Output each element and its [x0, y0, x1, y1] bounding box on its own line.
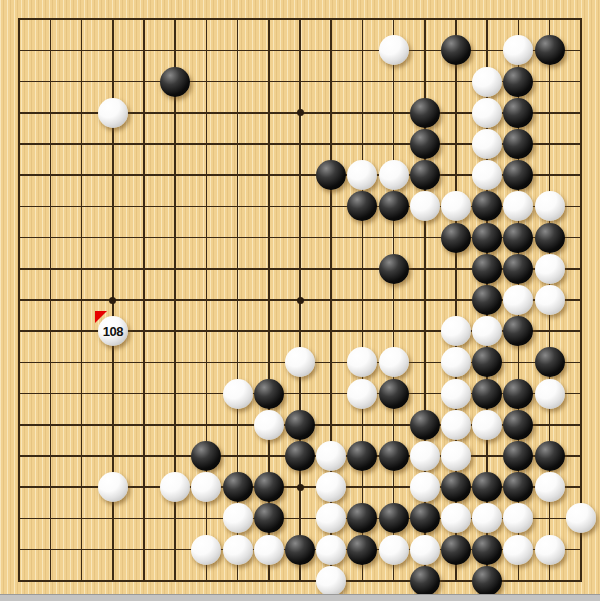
black-stone [472, 347, 502, 377]
black-stone [472, 472, 502, 502]
white-stone [472, 67, 502, 97]
black-stone [410, 566, 440, 596]
black-stone [472, 566, 502, 596]
white-stone [472, 98, 502, 128]
black-stone [410, 503, 440, 533]
move-number-label: 108 [103, 325, 123, 338]
black-stone [379, 441, 409, 471]
white-stone [441, 347, 471, 377]
white-stone [410, 535, 440, 565]
white-stone [316, 472, 346, 502]
white-stone [441, 410, 471, 440]
black-stone [472, 535, 502, 565]
white-stone [191, 535, 221, 565]
black-stone [254, 379, 284, 409]
black-stone [223, 472, 253, 502]
black-stone [503, 223, 533, 253]
white-stone [535, 472, 565, 502]
black-stone [503, 410, 533, 440]
go-board[interactable]: 108 [0, 0, 600, 601]
black-stone [535, 441, 565, 471]
go-app-window: 108 [0, 0, 600, 601]
white-stone [223, 535, 253, 565]
black-stone [285, 535, 315, 565]
white-stone [316, 441, 346, 471]
black-stone [441, 35, 471, 65]
last-move-marker-icon [95, 311, 107, 323]
white-stone [316, 535, 346, 565]
black-stone [503, 379, 533, 409]
black-stone [503, 98, 533, 128]
grid-line-vertical [362, 18, 364, 581]
white-stone [316, 566, 346, 596]
white-stone [503, 535, 533, 565]
white-stone [254, 410, 284, 440]
white-stone [441, 191, 471, 221]
white-stone [503, 191, 533, 221]
black-stone [503, 316, 533, 346]
black-stone [254, 503, 284, 533]
black-stone [379, 191, 409, 221]
black-stone [379, 254, 409, 284]
white-stone [347, 347, 377, 377]
white-stone [472, 129, 502, 159]
white-stone [503, 35, 533, 65]
black-stone [441, 223, 471, 253]
white-stone [535, 285, 565, 315]
white-stone-last-move: 108 [98, 316, 128, 346]
black-stone [285, 410, 315, 440]
black-stone [285, 441, 315, 471]
white-stone [566, 503, 596, 533]
black-stone [503, 441, 533, 471]
white-stone [503, 285, 533, 315]
star-point [297, 109, 304, 116]
white-stone [98, 98, 128, 128]
white-stone [223, 379, 253, 409]
white-stone [472, 160, 502, 190]
white-stone [191, 472, 221, 502]
white-stone [441, 503, 471, 533]
white-stone [379, 160, 409, 190]
black-stone [379, 379, 409, 409]
black-stone [347, 535, 377, 565]
white-stone [472, 316, 502, 346]
white-stone [160, 472, 190, 502]
white-stone [535, 379, 565, 409]
black-stone [160, 67, 190, 97]
white-stone [223, 503, 253, 533]
black-stone [472, 254, 502, 284]
black-stone [347, 191, 377, 221]
white-stone [472, 410, 502, 440]
black-stone [472, 379, 502, 409]
black-stone [535, 347, 565, 377]
black-stone [535, 35, 565, 65]
grid-line-vertical [580, 18, 582, 581]
white-stone [410, 441, 440, 471]
black-stone [472, 285, 502, 315]
black-stone [254, 472, 284, 502]
white-stone [410, 472, 440, 502]
white-stone [535, 191, 565, 221]
black-stone [472, 223, 502, 253]
black-stone [503, 129, 533, 159]
black-stone [410, 160, 440, 190]
star-point [297, 297, 304, 304]
white-stone [441, 441, 471, 471]
white-stone [503, 503, 533, 533]
white-stone [379, 35, 409, 65]
black-stone [191, 441, 221, 471]
black-stone [410, 129, 440, 159]
black-stone [503, 160, 533, 190]
white-stone [254, 535, 284, 565]
white-stone [441, 316, 471, 346]
grid-line-vertical [393, 18, 395, 581]
star-point [109, 297, 116, 304]
white-stone [535, 254, 565, 284]
black-stone [441, 535, 471, 565]
star-point [297, 484, 304, 491]
black-stone [503, 67, 533, 97]
black-stone [441, 472, 471, 502]
white-stone [535, 535, 565, 565]
white-stone [347, 379, 377, 409]
black-stone [503, 254, 533, 284]
white-stone [98, 472, 128, 502]
white-stone [410, 191, 440, 221]
black-stone [472, 191, 502, 221]
black-stone [410, 410, 440, 440]
white-stone [347, 160, 377, 190]
white-stone [316, 503, 346, 533]
black-stone [410, 98, 440, 128]
white-stone [379, 535, 409, 565]
window-bottom-edge [0, 594, 600, 601]
black-stone [347, 503, 377, 533]
black-stone [535, 223, 565, 253]
black-stone [379, 503, 409, 533]
black-stone [503, 472, 533, 502]
black-stone [347, 441, 377, 471]
white-stone [441, 379, 471, 409]
white-stone [472, 503, 502, 533]
black-stone [316, 160, 346, 190]
white-stone [285, 347, 315, 377]
white-stone [379, 347, 409, 377]
